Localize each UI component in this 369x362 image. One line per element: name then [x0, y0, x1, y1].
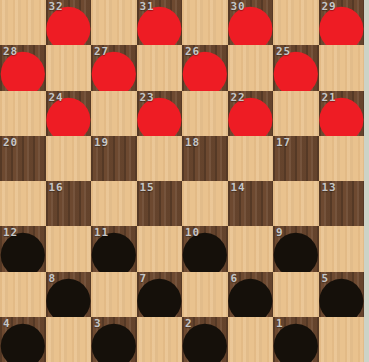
square-18[interactable]: 18 [182, 136, 228, 181]
light-square [46, 226, 92, 271]
square-31[interactable]: 31● [137, 0, 183, 45]
square-number: 12 [3, 227, 18, 238]
square-number: 24 [49, 92, 64, 103]
square-15[interactable]: 15 [137, 181, 183, 226]
square-number: 22 [231, 92, 246, 103]
square-number: 19 [94, 137, 109, 148]
light-square [137, 226, 183, 271]
light-square [0, 0, 46, 45]
square-6[interactable]: 6● [228, 272, 274, 317]
square-3[interactable]: 3● [91, 317, 137, 362]
light-square [182, 272, 228, 317]
light-square [91, 91, 137, 136]
light-square [91, 272, 137, 317]
square-12[interactable]: 12● [0, 226, 46, 271]
square-number: 13 [322, 182, 337, 193]
light-square [319, 317, 365, 362]
light-square [0, 181, 46, 226]
square-24[interactable]: 24● [46, 91, 92, 136]
square-7[interactable]: 7● [137, 272, 183, 317]
light-square [228, 136, 274, 181]
square-number: 2 [185, 318, 193, 329]
square-8[interactable]: 8● [46, 272, 92, 317]
square-20[interactable]: 20 [0, 136, 46, 181]
square-number: 16 [49, 182, 64, 193]
square-number: 7 [140, 273, 148, 284]
light-square [0, 272, 46, 317]
light-square [273, 91, 319, 136]
light-square [46, 317, 92, 362]
square-1[interactable]: 1● [273, 317, 319, 362]
square-number: 30 [231, 1, 246, 12]
square-22[interactable]: 22● [228, 91, 274, 136]
square-11[interactable]: 11● [91, 226, 137, 271]
square-number: 3 [94, 318, 102, 329]
light-square [319, 226, 365, 271]
light-square [91, 181, 137, 226]
light-square [137, 136, 183, 181]
square-number: 6 [231, 273, 239, 284]
light-square [228, 317, 274, 362]
square-number: 28 [3, 46, 18, 57]
square-25[interactable]: 25● [273, 45, 319, 90]
square-number: 23 [140, 92, 155, 103]
light-square [182, 0, 228, 45]
square-number: 4 [3, 318, 11, 329]
square-number: 10 [185, 227, 200, 238]
square-number: 31 [140, 1, 155, 12]
square-14[interactable]: 14 [228, 181, 274, 226]
light-square [137, 317, 183, 362]
square-2[interactable]: 2● [182, 317, 228, 362]
light-square [46, 45, 92, 90]
square-number: 25 [276, 46, 291, 57]
square-4[interactable]: 4● [0, 317, 46, 362]
square-21[interactable]: 21● [319, 91, 365, 136]
square-16[interactable]: 16 [46, 181, 92, 226]
light-square [319, 136, 365, 181]
light-square [0, 91, 46, 136]
square-number: 11 [94, 227, 109, 238]
square-13[interactable]: 13 [319, 181, 365, 226]
square-number: 5 [322, 273, 330, 284]
square-32[interactable]: 32● [46, 0, 92, 45]
light-square [319, 45, 365, 90]
light-square [182, 181, 228, 226]
light-square [182, 91, 228, 136]
square-number: 18 [185, 137, 200, 148]
square-number: 1 [276, 318, 284, 329]
light-square [273, 272, 319, 317]
checkers-board: 32●31●30●29●28●27●26●25●24●23●22●21●2019… [0, 0, 364, 362]
square-number: 8 [49, 273, 57, 284]
square-27[interactable]: 27● [91, 45, 137, 90]
square-9[interactable]: 9● [273, 226, 319, 271]
page: 32●31●30●29●28●27●26●25●24●23●22●21●2019… [0, 0, 369, 362]
square-number: 20 [3, 137, 18, 148]
light-square [228, 226, 274, 271]
square-23[interactable]: 23● [137, 91, 183, 136]
square-number: 27 [94, 46, 109, 57]
light-square [273, 0, 319, 45]
square-26[interactable]: 26● [182, 45, 228, 90]
square-19[interactable]: 19 [91, 136, 137, 181]
square-10[interactable]: 10● [182, 226, 228, 271]
square-number: 26 [185, 46, 200, 57]
square-number: 32 [49, 1, 64, 12]
square-17[interactable]: 17 [273, 136, 319, 181]
light-square [46, 136, 92, 181]
square-5[interactable]: 5● [319, 272, 365, 317]
square-number: 9 [276, 227, 284, 238]
light-square [228, 45, 274, 90]
square-number: 29 [322, 1, 337, 12]
square-29[interactable]: 29● [319, 0, 365, 45]
square-30[interactable]: 30● [228, 0, 274, 45]
square-number: 21 [322, 92, 337, 103]
square-28[interactable]: 28● [0, 45, 46, 90]
light-square [137, 45, 183, 90]
square-number: 15 [140, 182, 155, 193]
light-square [91, 0, 137, 45]
square-number: 14 [231, 182, 246, 193]
light-square [273, 181, 319, 226]
square-number: 17 [276, 137, 291, 148]
